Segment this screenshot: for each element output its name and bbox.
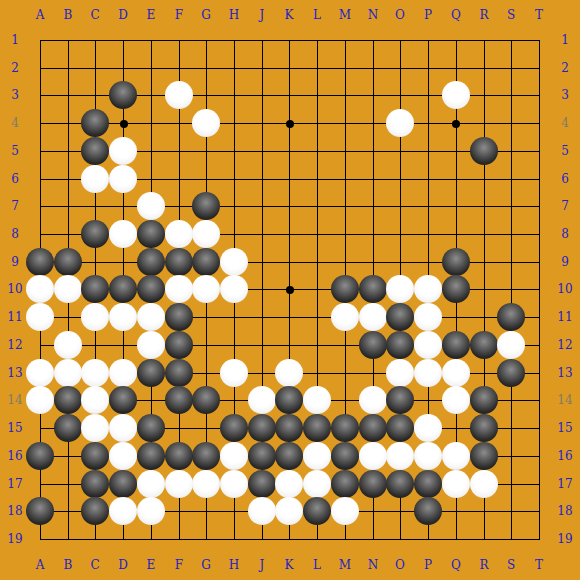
grid-vline — [539, 40, 540, 540]
stone-white-D18 — [109, 497, 137, 525]
stone-black-Q10 — [442, 275, 470, 303]
stone-white-A11 — [26, 303, 54, 331]
stone-black-N17 — [359, 470, 387, 498]
stone-black-O17 — [386, 470, 414, 498]
stone-black-C8 — [81, 220, 109, 248]
star-point-K10 — [286, 286, 294, 294]
stone-black-F11 — [165, 303, 193, 331]
row-label-right-10: 10 — [553, 282, 577, 296]
stone-white-J18 — [248, 497, 276, 525]
stone-black-M16 — [331, 442, 359, 470]
col-label-top-B: B — [56, 8, 80, 22]
grid-vline — [511, 40, 512, 540]
row-label-left-2: 2 — [3, 61, 27, 75]
stone-white-M18 — [331, 497, 359, 525]
stone-black-F13 — [165, 359, 193, 387]
stone-white-F10 — [165, 275, 193, 303]
stone-white-H13 — [220, 359, 248, 387]
stone-black-N15 — [359, 414, 387, 442]
stone-white-N16 — [359, 442, 387, 470]
stone-white-A14 — [26, 386, 54, 414]
stone-black-D3 — [109, 81, 137, 109]
stone-black-P18 — [414, 497, 442, 525]
stone-white-O13 — [386, 359, 414, 387]
stone-black-F14 — [165, 386, 193, 414]
col-label-bottom-S: S — [499, 558, 523, 572]
stone-white-D8 — [109, 220, 137, 248]
stone-white-L17 — [303, 470, 331, 498]
stone-white-Q17 — [442, 470, 470, 498]
stone-white-B10 — [54, 275, 82, 303]
stone-white-D15 — [109, 414, 137, 442]
row-label-left-5: 5 — [3, 144, 27, 158]
row-label-right-19: 19 — [553, 532, 577, 546]
col-label-bottom-P: P — [416, 558, 440, 572]
stone-white-F3 — [165, 81, 193, 109]
stone-white-P13 — [414, 359, 442, 387]
col-label-bottom-A: A — [28, 558, 52, 572]
stone-white-E18 — [137, 497, 165, 525]
stone-black-H15 — [220, 414, 248, 442]
col-label-bottom-R: R — [472, 558, 496, 572]
stone-white-N11 — [359, 303, 387, 331]
stone-black-G7 — [192, 192, 220, 220]
row-label-right-13: 13 — [553, 366, 577, 380]
col-label-bottom-O: O — [388, 558, 412, 572]
stone-white-H16 — [220, 442, 248, 470]
stone-white-P16 — [414, 442, 442, 470]
row-label-right-3: 3 — [553, 88, 577, 102]
row-label-right-11: 11 — [553, 310, 577, 324]
stone-white-G17 — [192, 470, 220, 498]
stone-white-P12 — [414, 331, 442, 359]
stone-black-R15 — [470, 414, 498, 442]
stone-white-H10 — [220, 275, 248, 303]
col-label-top-T: T — [527, 8, 551, 22]
row-label-right-5: 5 — [553, 144, 577, 158]
stone-black-F9 — [165, 248, 193, 276]
stone-black-E10 — [137, 275, 165, 303]
col-label-bottom-F: F — [167, 558, 191, 572]
col-label-bottom-K: K — [277, 558, 301, 572]
col-label-bottom-B: B — [56, 558, 80, 572]
stone-white-F17 — [165, 470, 193, 498]
stone-black-B9 — [54, 248, 82, 276]
row-label-left-10: 10 — [3, 282, 27, 296]
col-label-top-P: P — [416, 8, 440, 22]
stone-white-G10 — [192, 275, 220, 303]
stone-black-O12 — [386, 331, 414, 359]
grid-hline — [40, 68, 540, 69]
stone-black-N12 — [359, 331, 387, 359]
star-point-Q4 — [452, 120, 460, 128]
row-label-left-12: 12 — [3, 338, 27, 352]
stone-black-A9 — [26, 248, 54, 276]
star-point-K4 — [286, 120, 294, 128]
col-label-top-L: L — [305, 8, 329, 22]
stone-black-K14 — [275, 386, 303, 414]
stone-black-S11 — [497, 303, 525, 331]
row-label-left-11: 11 — [3, 310, 27, 324]
stone-white-G4 — [192, 109, 220, 137]
stone-white-A10 — [26, 275, 54, 303]
stone-white-C15 — [81, 414, 109, 442]
stone-black-A16 — [26, 442, 54, 470]
row-label-left-15: 15 — [3, 421, 27, 435]
row-label-left-18: 18 — [3, 504, 27, 518]
stone-black-G16 — [192, 442, 220, 470]
stone-white-K18 — [275, 497, 303, 525]
stone-black-G9 — [192, 248, 220, 276]
stone-white-M11 — [331, 303, 359, 331]
stone-white-A13 — [26, 359, 54, 387]
stone-black-E13 — [137, 359, 165, 387]
row-label-right-1: 1 — [553, 33, 577, 47]
go-board[interactable]: ABCDEFGHJKLMNOPQRST ABCDEFGHJKLMNOPQRST … — [0, 0, 580, 580]
col-label-bottom-M: M — [333, 558, 357, 572]
stone-white-D16 — [109, 442, 137, 470]
row-label-right-2: 2 — [553, 61, 577, 75]
stone-white-K13 — [275, 359, 303, 387]
stone-black-D14 — [109, 386, 137, 414]
col-label-bottom-D: D — [111, 558, 135, 572]
star-point-D4 — [120, 120, 128, 128]
col-label-bottom-J: J — [250, 558, 274, 572]
col-label-top-F: F — [167, 8, 191, 22]
stone-white-L16 — [303, 442, 331, 470]
col-label-top-K: K — [277, 8, 301, 22]
stone-black-E15 — [137, 414, 165, 442]
row-label-left-17: 17 — [3, 477, 27, 491]
row-label-left-14: 14 — [3, 393, 27, 407]
col-label-top-N: N — [361, 8, 385, 22]
stone-white-B13 — [54, 359, 82, 387]
stone-white-B12 — [54, 331, 82, 359]
stone-black-J16 — [248, 442, 276, 470]
col-label-top-Q: Q — [444, 8, 468, 22]
row-label-left-7: 7 — [3, 199, 27, 213]
stone-white-D6 — [109, 165, 137, 193]
col-label-bottom-N: N — [361, 558, 385, 572]
stone-white-Q3 — [442, 81, 470, 109]
col-label-bottom-C: C — [83, 558, 107, 572]
row-label-right-7: 7 — [553, 199, 577, 213]
stone-black-N10 — [359, 275, 387, 303]
stone-black-D17 — [109, 470, 137, 498]
stone-black-R16 — [470, 442, 498, 470]
row-label-right-14: 14 — [553, 393, 577, 407]
row-label-right-12: 12 — [553, 338, 577, 352]
stone-white-E7 — [137, 192, 165, 220]
stone-black-O15 — [386, 414, 414, 442]
stone-white-Q14 — [442, 386, 470, 414]
stone-white-H17 — [220, 470, 248, 498]
stone-black-J15 — [248, 414, 276, 442]
stone-black-C4 — [81, 109, 109, 137]
stone-white-D13 — [109, 359, 137, 387]
stone-black-E8 — [137, 220, 165, 248]
row-label-right-16: 16 — [553, 449, 577, 463]
stone-black-B15 — [54, 414, 82, 442]
col-label-top-J: J — [250, 8, 274, 22]
stone-black-R5 — [470, 137, 498, 165]
stone-black-C10 — [81, 275, 109, 303]
row-label-right-18: 18 — [553, 504, 577, 518]
stone-white-C11 — [81, 303, 109, 331]
col-label-bottom-L: L — [305, 558, 329, 572]
row-label-right-6: 6 — [553, 172, 577, 186]
stone-white-D11 — [109, 303, 137, 331]
stone-black-D10 — [109, 275, 137, 303]
col-label-top-D: D — [111, 8, 135, 22]
row-label-right-15: 15 — [553, 421, 577, 435]
stone-white-K17 — [275, 470, 303, 498]
col-label-top-C: C — [83, 8, 107, 22]
col-label-top-S: S — [499, 8, 523, 22]
stone-black-S13 — [497, 359, 525, 387]
stone-white-D5 — [109, 137, 137, 165]
stone-white-C14 — [81, 386, 109, 414]
stone-white-C6 — [81, 165, 109, 193]
stone-black-O11 — [386, 303, 414, 331]
row-label-right-4: 4 — [553, 116, 577, 130]
col-label-bottom-E: E — [139, 558, 163, 572]
row-label-right-9: 9 — [553, 255, 577, 269]
stone-black-E9 — [137, 248, 165, 276]
stone-black-Q9 — [442, 248, 470, 276]
col-label-top-O: O — [388, 8, 412, 22]
stone-white-P10 — [414, 275, 442, 303]
grid-hline — [40, 539, 540, 540]
row-label-right-17: 17 — [553, 477, 577, 491]
stone-white-R17 — [470, 470, 498, 498]
grid-hline — [40, 40, 540, 41]
stone-white-E17 — [137, 470, 165, 498]
stone-white-O4 — [386, 109, 414, 137]
stone-black-M15 — [331, 414, 359, 442]
stone-black-L18 — [303, 497, 331, 525]
stone-white-L14 — [303, 386, 331, 414]
row-label-left-1: 1 — [3, 33, 27, 47]
grid-hline — [40, 206, 540, 207]
stone-black-E16 — [137, 442, 165, 470]
row-label-right-8: 8 — [553, 227, 577, 241]
stone-black-C5 — [81, 137, 109, 165]
row-label-left-16: 16 — [3, 449, 27, 463]
stone-white-F8 — [165, 220, 193, 248]
stone-white-Q16 — [442, 442, 470, 470]
row-label-left-19: 19 — [3, 532, 27, 546]
stone-black-M10 — [331, 275, 359, 303]
stone-black-C17 — [81, 470, 109, 498]
col-label-bottom-Q: Q — [444, 558, 468, 572]
row-label-left-9: 9 — [3, 255, 27, 269]
stone-white-C13 — [81, 359, 109, 387]
stone-black-F16 — [165, 442, 193, 470]
stone-white-O16 — [386, 442, 414, 470]
row-label-left-13: 13 — [3, 366, 27, 380]
stone-white-N14 — [359, 386, 387, 414]
col-label-top-G: G — [194, 8, 218, 22]
stone-black-K16 — [275, 442, 303, 470]
stone-white-E12 — [137, 331, 165, 359]
stone-black-R14 — [470, 386, 498, 414]
stone-white-G8 — [192, 220, 220, 248]
stone-black-Q12 — [442, 331, 470, 359]
stone-black-A18 — [26, 497, 54, 525]
row-label-left-4: 4 — [3, 116, 27, 130]
stone-black-O14 — [386, 386, 414, 414]
col-label-top-M: M — [333, 8, 357, 22]
stone-black-L15 — [303, 414, 331, 442]
stone-white-S12 — [497, 331, 525, 359]
stone-white-E11 — [137, 303, 165, 331]
col-label-top-H: H — [222, 8, 246, 22]
row-label-left-8: 8 — [3, 227, 27, 241]
stone-black-K15 — [275, 414, 303, 442]
stone-white-H9 — [220, 248, 248, 276]
stone-black-G14 — [192, 386, 220, 414]
col-label-top-E: E — [139, 8, 163, 22]
row-label-left-6: 6 — [3, 172, 27, 186]
stone-black-M17 — [331, 470, 359, 498]
stone-white-O10 — [386, 275, 414, 303]
stone-white-P11 — [414, 303, 442, 331]
col-label-top-A: A — [28, 8, 52, 22]
stone-white-P15 — [414, 414, 442, 442]
stone-black-R12 — [470, 331, 498, 359]
stone-white-Q13 — [442, 359, 470, 387]
stone-black-J17 — [248, 470, 276, 498]
col-label-bottom-G: G — [194, 558, 218, 572]
col-label-bottom-H: H — [222, 558, 246, 572]
col-label-bottom-T: T — [527, 558, 551, 572]
stone-black-C18 — [81, 497, 109, 525]
row-label-left-3: 3 — [3, 88, 27, 102]
col-label-top-R: R — [472, 8, 496, 22]
stone-black-F12 — [165, 331, 193, 359]
stone-black-C16 — [81, 442, 109, 470]
stone-black-P17 — [414, 470, 442, 498]
stone-white-J14 — [248, 386, 276, 414]
stone-black-B14 — [54, 386, 82, 414]
